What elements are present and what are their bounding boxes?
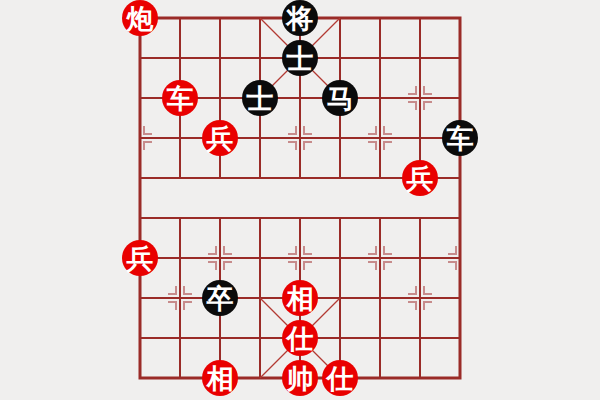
piece-black-pawn[interactable]: 卒 — [202, 280, 238, 316]
piece-red-pawn[interactable]: 兵 — [122, 240, 158, 276]
pieces-layer: 炮将士车士马兵车兵兵卒相仕相帅仕 — [120, 0, 480, 398]
piece-red-advisor[interactable]: 仕 — [322, 360, 358, 396]
piece-black-chariot[interactable]: 车 — [442, 120, 478, 156]
piece-black-advisor[interactable]: 士 — [242, 80, 278, 116]
piece-black-advisor[interactable]: 士 — [282, 40, 318, 76]
piece-red-elephant[interactable]: 相 — [202, 360, 238, 396]
xiangqi-board: 炮将士车士马兵车兵兵卒相仕相帅仕 — [0, 0, 600, 400]
piece-red-chariot[interactable]: 车 — [162, 80, 198, 116]
piece-red-elephant[interactable]: 相 — [282, 280, 318, 316]
piece-black-general[interactable]: 将 — [282, 0, 318, 36]
piece-red-advisor[interactable]: 仕 — [282, 320, 318, 356]
piece-red-general[interactable]: 帅 — [282, 360, 318, 396]
piece-red-pawn[interactable]: 兵 — [202, 120, 238, 156]
piece-black-horse[interactable]: 马 — [322, 80, 358, 116]
piece-red-cannon[interactable]: 炮 — [122, 0, 158, 36]
piece-red-pawn[interactable]: 兵 — [402, 160, 438, 196]
